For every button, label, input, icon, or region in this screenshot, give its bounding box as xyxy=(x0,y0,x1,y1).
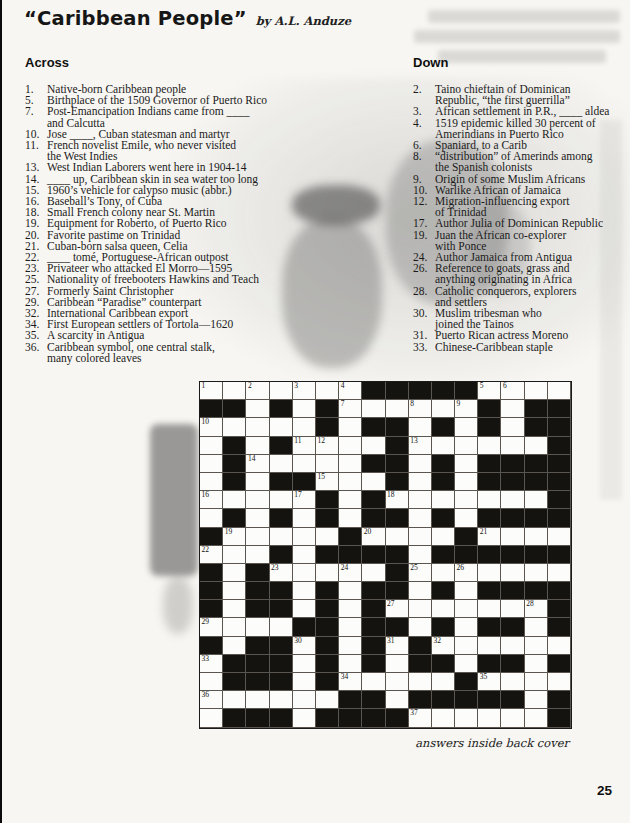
white-cell[interactable] xyxy=(478,637,501,655)
white-cell[interactable] xyxy=(223,564,246,582)
white-cell[interactable] xyxy=(455,618,478,636)
white-cell[interactable] xyxy=(223,546,246,564)
black-cell xyxy=(478,582,501,600)
black-cell xyxy=(501,455,524,473)
white-cell[interactable] xyxy=(525,673,548,691)
white-cell[interactable] xyxy=(270,618,293,636)
white-cell[interactable]: 15 xyxy=(316,473,339,491)
cell-number: 17 xyxy=(294,491,302,500)
black-cell xyxy=(270,509,293,527)
white-cell[interactable] xyxy=(223,418,246,436)
white-cell[interactable] xyxy=(455,455,478,473)
black-cell xyxy=(501,509,524,527)
white-cell[interactable] xyxy=(455,600,478,618)
white-cell[interactable] xyxy=(200,709,223,727)
white-cell[interactable] xyxy=(246,509,269,527)
black-cell xyxy=(525,455,548,473)
white-cell[interactable] xyxy=(386,400,409,418)
page-title: “Caribbean People” xyxy=(24,7,247,30)
clue-text: West Indian Laborers went here in 1904-1… xyxy=(47,162,247,173)
black-cell xyxy=(316,546,339,564)
black-cell xyxy=(223,709,246,727)
white-cell[interactable] xyxy=(293,546,316,564)
cell-number: 4 xyxy=(341,382,345,391)
white-cell[interactable] xyxy=(246,491,269,509)
cell-number: 34 xyxy=(341,673,349,682)
white-cell[interactable] xyxy=(246,437,269,455)
white-cell[interactable] xyxy=(362,437,385,455)
white-cell[interactable] xyxy=(525,637,548,655)
black-cell xyxy=(270,655,293,673)
clue-number: 4. xyxy=(413,118,435,140)
clue-text: Equipment for Roberto, of Puerto Rico xyxy=(47,218,227,229)
white-cell[interactable] xyxy=(293,600,316,618)
black-cell xyxy=(270,709,293,727)
scanned-puzzle-page: { "game": "crossword", "header": { "titl… xyxy=(0,0,630,823)
white-cell[interactable] xyxy=(478,709,501,727)
white-cell[interactable]: 20 xyxy=(362,528,385,546)
white-cell[interactable] xyxy=(270,455,293,473)
black-cell xyxy=(501,618,524,636)
cell-number: 9 xyxy=(457,400,461,409)
black-cell xyxy=(432,455,455,473)
white-cell[interactable] xyxy=(293,418,316,436)
black-cell xyxy=(409,655,432,673)
white-cell[interactable] xyxy=(339,582,362,600)
white-cell[interactable]: 8 xyxy=(409,400,432,418)
black-cell xyxy=(386,582,409,600)
clue-number: 26. xyxy=(413,263,435,285)
black-cell xyxy=(200,564,223,582)
white-cell[interactable] xyxy=(525,564,548,582)
white-cell[interactable] xyxy=(246,618,269,636)
black-cell xyxy=(501,546,524,564)
faded-photo-dark-strip xyxy=(150,424,198,576)
white-cell[interactable] xyxy=(386,673,409,691)
white-cell[interactable]: 24 xyxy=(339,564,362,582)
black-cell xyxy=(501,691,524,709)
white-cell[interactable] xyxy=(478,564,501,582)
white-cell[interactable] xyxy=(246,691,269,709)
white-cell[interactable] xyxy=(200,473,223,491)
black-cell xyxy=(478,655,501,673)
black-cell xyxy=(432,418,455,436)
clue-number: 11. xyxy=(25,140,47,162)
clue: 13.West Indian Laborers went here in 190… xyxy=(25,162,397,173)
white-cell[interactable] xyxy=(270,418,293,436)
white-cell[interactable] xyxy=(362,400,385,418)
cell-number: 33 xyxy=(202,655,210,664)
white-cell[interactable]: 22 xyxy=(200,546,223,564)
black-cell xyxy=(200,400,223,418)
cell-number: 26 xyxy=(457,564,465,573)
clue-text: Muslim tribesman who joined the Tainos xyxy=(435,308,542,330)
white-cell[interactable] xyxy=(293,400,316,418)
white-cell[interactable] xyxy=(548,673,571,691)
white-cell[interactable] xyxy=(455,509,478,527)
clue: 17.Author Julia of Dominican Republic xyxy=(413,218,625,229)
white-cell[interactable] xyxy=(293,709,316,727)
black-cell xyxy=(548,509,571,527)
white-cell[interactable]: 28 xyxy=(525,600,548,618)
white-cell[interactable]: 10 xyxy=(200,418,223,436)
white-cell[interactable] xyxy=(316,564,339,582)
white-cell[interactable] xyxy=(246,473,269,491)
cell-number: 31 xyxy=(387,637,395,646)
white-cell[interactable] xyxy=(501,709,524,727)
white-cell[interactable] xyxy=(362,673,385,691)
white-cell[interactable] xyxy=(316,455,339,473)
white-cell[interactable]: 2 xyxy=(246,382,269,400)
black-cell xyxy=(316,418,339,436)
white-cell[interactable] xyxy=(409,673,432,691)
black-cell xyxy=(548,655,571,673)
clue: 19.Juan the African co-explorer with Pon… xyxy=(413,230,625,252)
white-cell[interactable] xyxy=(525,691,548,709)
white-cell[interactable]: 4 xyxy=(339,382,362,400)
white-cell[interactable] xyxy=(409,582,432,600)
clue: 8.“distribution” of Amerinds among the S… xyxy=(413,151,625,173)
black-cell xyxy=(501,655,524,673)
white-cell[interactable] xyxy=(432,491,455,509)
white-cell[interactable] xyxy=(455,418,478,436)
white-cell[interactable] xyxy=(501,418,524,436)
clue-number: 25. xyxy=(25,274,47,285)
clue: 7.Post-Emancipation Indians came from __… xyxy=(25,106,397,128)
white-cell[interactable] xyxy=(339,437,362,455)
cell-number: 13 xyxy=(410,437,418,446)
white-cell[interactable] xyxy=(316,382,339,400)
white-cell[interactable] xyxy=(293,509,316,527)
white-cell[interactable] xyxy=(339,418,362,436)
cell-number: 8 xyxy=(410,400,414,409)
white-cell[interactable] xyxy=(339,509,362,527)
white-cell[interactable] xyxy=(362,564,385,582)
white-cell[interactable]: 32 xyxy=(432,637,455,655)
white-cell[interactable] xyxy=(316,691,339,709)
clue-number: 3. xyxy=(413,106,435,117)
white-cell[interactable] xyxy=(478,437,501,455)
white-cell[interactable] xyxy=(409,618,432,636)
cell-number: 24 xyxy=(341,564,349,573)
clue: 36.Caribbean symbol, one central stalk, … xyxy=(25,342,397,364)
white-cell[interactable] xyxy=(525,382,548,400)
cell-number: 3 xyxy=(294,382,298,391)
title-bar: “Caribbean People” by A.L. Anduze xyxy=(24,7,351,30)
black-cell xyxy=(362,709,385,727)
clue: 4.1519 epidemic killed 30 percent of Ame… xyxy=(413,118,625,140)
white-cell[interactable] xyxy=(455,655,478,673)
cell-number: 2 xyxy=(248,382,252,391)
white-cell[interactable] xyxy=(339,637,362,655)
faded-photo-dark-strip xyxy=(163,576,193,634)
cell-number: 25 xyxy=(410,564,418,573)
black-cell xyxy=(525,582,548,600)
white-cell[interactable] xyxy=(339,618,362,636)
white-cell[interactable]: 18 xyxy=(386,491,409,509)
white-cell[interactable]: 7 xyxy=(339,400,362,418)
white-cell[interactable] xyxy=(525,437,548,455)
black-cell xyxy=(362,618,385,636)
white-cell[interactable] xyxy=(246,400,269,418)
black-cell xyxy=(223,455,246,473)
white-cell[interactable] xyxy=(432,400,455,418)
white-cell[interactable] xyxy=(409,418,432,436)
white-cell[interactable]: 12 xyxy=(316,437,339,455)
white-cell[interactable] xyxy=(200,509,223,527)
clue: 30.Muslim tribesman who joined the Taino… xyxy=(413,308,625,330)
white-cell[interactable] xyxy=(246,418,269,436)
white-cell[interactable] xyxy=(548,564,571,582)
black-cell xyxy=(362,655,385,673)
cell-number: 10 xyxy=(202,418,210,427)
white-cell[interactable] xyxy=(409,473,432,491)
white-cell[interactable] xyxy=(455,491,478,509)
black-cell xyxy=(339,528,362,546)
white-cell[interactable] xyxy=(432,709,455,727)
black-cell xyxy=(548,709,571,727)
white-cell[interactable] xyxy=(501,400,524,418)
white-cell[interactable] xyxy=(432,564,455,582)
white-cell[interactable]: 17 xyxy=(293,491,316,509)
white-cell[interactable] xyxy=(455,637,478,655)
black-cell xyxy=(316,582,339,600)
black-cell xyxy=(386,418,409,436)
white-cell[interactable] xyxy=(223,600,246,618)
white-cell[interactable] xyxy=(200,673,223,691)
white-cell[interactable]: 19 xyxy=(223,528,246,546)
white-cell[interactable] xyxy=(223,382,246,400)
cell-number: 18 xyxy=(387,491,395,500)
white-cell[interactable] xyxy=(339,600,362,618)
clue-text: Taino chieftain of Dominican Republic, “… xyxy=(435,84,571,106)
white-cell[interactable]: 25 xyxy=(409,564,432,582)
white-cell[interactable] xyxy=(386,528,409,546)
white-cell[interactable] xyxy=(501,491,524,509)
white-cell[interactable] xyxy=(223,637,246,655)
clue: 28.Catholic conquerors, explorers and se… xyxy=(413,286,625,308)
white-cell[interactable] xyxy=(501,673,524,691)
clue-number: 31. xyxy=(413,330,435,341)
white-cell[interactable] xyxy=(223,691,246,709)
clue-text: French novelist Emile, who never visited… xyxy=(47,140,236,162)
bleed-through-text-blob xyxy=(438,50,606,63)
white-cell[interactable] xyxy=(270,491,293,509)
white-cell[interactable]: 9 xyxy=(455,400,478,418)
white-cell[interactable]: 31 xyxy=(386,637,409,655)
white-cell[interactable] xyxy=(223,491,246,509)
white-cell[interactable] xyxy=(293,564,316,582)
white-cell[interactable] xyxy=(409,546,432,564)
white-cell[interactable] xyxy=(432,528,455,546)
white-cell[interactable] xyxy=(270,691,293,709)
black-cell xyxy=(293,618,316,636)
white-cell[interactable]: 11 xyxy=(293,437,316,455)
black-cell xyxy=(200,637,223,655)
black-cell xyxy=(386,382,409,400)
white-cell[interactable] xyxy=(362,473,385,491)
white-cell[interactable]: 27 xyxy=(386,600,409,618)
across-heading: Across xyxy=(25,55,69,70)
black-cell xyxy=(316,673,339,691)
white-cell[interactable]: 6 xyxy=(501,382,524,400)
clue-text: Juan the African co-explorer with Ponce xyxy=(435,230,566,252)
white-cell[interactable]: 34 xyxy=(339,673,362,691)
white-cell[interactable] xyxy=(339,455,362,473)
black-cell xyxy=(223,655,246,673)
white-cell[interactable] xyxy=(455,473,478,491)
across-clue-list: 1.Native-born Caribbean people5.Birthpla… xyxy=(25,84,397,364)
white-cell[interactable] xyxy=(386,655,409,673)
white-cell[interactable] xyxy=(386,691,409,709)
black-cell xyxy=(270,673,293,691)
white-cell[interactable] xyxy=(455,709,478,727)
black-cell xyxy=(548,418,571,436)
cell-number: 16 xyxy=(202,491,210,500)
white-cell[interactable] xyxy=(409,509,432,527)
black-cell xyxy=(501,582,524,600)
clue-number: 30. xyxy=(413,308,435,330)
black-cell xyxy=(270,582,293,600)
white-cell[interactable]: 23 xyxy=(270,564,293,582)
white-cell[interactable] xyxy=(339,473,362,491)
white-cell[interactable] xyxy=(200,437,223,455)
white-cell[interactable] xyxy=(339,655,362,673)
white-cell[interactable] xyxy=(200,455,223,473)
white-cell[interactable] xyxy=(525,528,548,546)
white-cell[interactable] xyxy=(223,618,246,636)
white-cell[interactable] xyxy=(432,437,455,455)
white-cell[interactable] xyxy=(409,491,432,509)
white-cell[interactable] xyxy=(525,709,548,727)
page-number: 25 xyxy=(597,783,612,798)
white-cell[interactable] xyxy=(501,528,524,546)
black-cell xyxy=(478,455,501,473)
white-cell[interactable]: 1 xyxy=(200,382,223,400)
white-cell[interactable]: 33 xyxy=(200,655,223,673)
white-cell[interactable] xyxy=(501,437,524,455)
black-cell xyxy=(478,400,501,418)
white-cell[interactable] xyxy=(455,437,478,455)
white-cell[interactable] xyxy=(409,600,432,618)
white-cell[interactable] xyxy=(293,673,316,691)
white-cell[interactable]: 16 xyxy=(200,491,223,509)
clue-text: Chinese-Caribbean staple xyxy=(435,342,553,353)
black-cell xyxy=(316,637,339,655)
black-cell xyxy=(316,600,339,618)
white-cell[interactable] xyxy=(409,528,432,546)
white-cell[interactable] xyxy=(432,673,455,691)
white-cell[interactable] xyxy=(339,491,362,509)
white-cell[interactable] xyxy=(525,655,548,673)
cell-number: 1 xyxy=(202,382,206,391)
clue-text: African settlement in P.R., ____ aldea xyxy=(435,106,609,117)
black-cell xyxy=(525,418,548,436)
black-cell xyxy=(432,691,455,709)
white-cell[interactable] xyxy=(246,528,269,546)
black-cell xyxy=(246,564,269,582)
black-cell xyxy=(386,455,409,473)
black-cell xyxy=(386,709,409,727)
cell-number: 35 xyxy=(480,673,488,682)
black-cell xyxy=(386,473,409,491)
white-cell[interactable] xyxy=(293,455,316,473)
black-cell xyxy=(432,546,455,564)
white-cell[interactable]: 37 xyxy=(409,709,432,727)
black-cell xyxy=(316,509,339,527)
white-cell[interactable] xyxy=(270,382,293,400)
white-cell[interactable] xyxy=(478,600,501,618)
white-cell[interactable] xyxy=(501,564,524,582)
white-cell[interactable] xyxy=(293,691,316,709)
white-cell[interactable] xyxy=(270,528,293,546)
white-cell[interactable]: 30 xyxy=(293,637,316,655)
white-cell[interactable]: 5 xyxy=(478,382,501,400)
clue-text: Catholic conquerors, explorers and settl… xyxy=(435,286,576,308)
black-cell xyxy=(525,473,548,491)
black-cell xyxy=(270,600,293,618)
black-cell xyxy=(501,473,524,491)
white-cell[interactable] xyxy=(432,600,455,618)
white-cell[interactable]: 3 xyxy=(293,382,316,400)
white-cell[interactable] xyxy=(455,582,478,600)
white-cell[interactable] xyxy=(548,382,571,400)
white-cell[interactable] xyxy=(293,655,316,673)
cell-number: 28 xyxy=(526,600,534,609)
white-cell[interactable] xyxy=(478,491,501,509)
black-cell xyxy=(246,600,269,618)
white-cell[interactable]: 21 xyxy=(478,528,501,546)
white-cell[interactable] xyxy=(293,528,316,546)
white-cell[interactable] xyxy=(223,582,246,600)
black-cell xyxy=(362,382,385,400)
white-cell[interactable]: 26 xyxy=(455,564,478,582)
white-cell[interactable] xyxy=(293,582,316,600)
black-cell xyxy=(223,509,246,527)
black-cell xyxy=(362,691,385,709)
white-cell[interactable] xyxy=(316,528,339,546)
white-cell[interactable] xyxy=(501,637,524,655)
black-cell xyxy=(409,691,432,709)
clue: 31.Puerto Rican actress Moreno xyxy=(413,330,625,341)
black-cell xyxy=(386,546,409,564)
black-cell xyxy=(478,418,501,436)
white-cell[interactable] xyxy=(409,455,432,473)
white-cell[interactable]: 29 xyxy=(200,618,223,636)
black-cell xyxy=(525,509,548,527)
white-cell[interactable]: 35 xyxy=(478,673,501,691)
white-cell[interactable]: 14 xyxy=(246,455,269,473)
black-cell xyxy=(432,473,455,491)
clue: 2.Taino chieftain of Dominican Republic,… xyxy=(413,84,625,106)
clue-text: Puerto Rican actress Moreno xyxy=(435,330,568,341)
white-cell[interactable] xyxy=(525,618,548,636)
white-cell[interactable] xyxy=(501,600,524,618)
white-cell[interactable] xyxy=(548,528,571,546)
clue-text: Caribbean symbol, one central stalk, man… xyxy=(47,342,215,364)
white-cell[interactable] xyxy=(548,637,571,655)
black-cell xyxy=(455,546,478,564)
white-cell[interactable] xyxy=(246,546,269,564)
white-cell[interactable]: 13 xyxy=(409,437,432,455)
black-cell xyxy=(316,491,339,509)
white-cell[interactable] xyxy=(525,491,548,509)
white-cell[interactable]: 36 xyxy=(200,691,223,709)
bleed-through-text-blob xyxy=(414,30,620,43)
black-cell xyxy=(386,509,409,527)
black-cell xyxy=(316,655,339,673)
cell-number: 37 xyxy=(410,709,418,718)
